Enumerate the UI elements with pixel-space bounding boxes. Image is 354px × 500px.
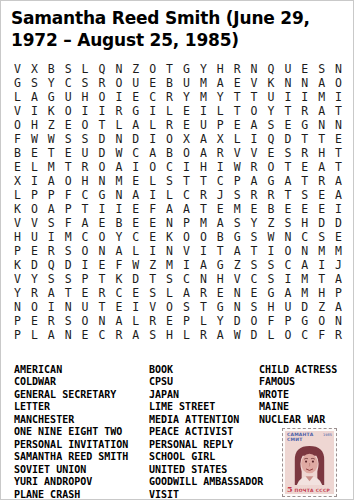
grid-cell: H [77, 90, 94, 104]
grid-cell: E [77, 286, 94, 300]
grid-cell: L [127, 244, 144, 258]
grid-cell: E [60, 146, 77, 160]
grid-cell: M [313, 90, 330, 104]
grid-cell: Y [212, 314, 229, 328]
stamp-footer: 5 ПОЧТА СССР [285, 485, 334, 494]
grid-cell: O [279, 244, 296, 258]
grid-cell: I [26, 104, 43, 118]
grid-cell: N [60, 300, 77, 314]
grid-cell: U [60, 90, 77, 104]
grid-cell: O [93, 160, 110, 174]
grid-cell: E [93, 216, 110, 230]
grid-cell: B [43, 62, 60, 76]
grid-cell: U [279, 300, 296, 314]
grid-cell: E [212, 202, 229, 216]
grid-cell: G [262, 174, 279, 188]
grid-cell: K [43, 104, 60, 118]
grid-cell: B [9, 146, 26, 160]
grid-cell: T [330, 104, 347, 118]
grid-cell: I [77, 104, 94, 118]
grid-cell: I [279, 90, 296, 104]
grid-cell: R [195, 286, 212, 300]
grid-cell: V [9, 62, 26, 76]
grid-cell: E [9, 160, 26, 174]
grid-cell: P [212, 118, 229, 132]
grid-cell: G [212, 258, 229, 272]
grid-cell: O [144, 160, 161, 174]
grid-cell: I [330, 202, 347, 216]
stamp-inner: САМАНТА СМИТ 1985 [285, 431, 334, 494]
grid-cell: R [43, 314, 60, 328]
grid-cell: I [144, 132, 161, 146]
grid-cell: L [144, 118, 161, 132]
grid-cell: K [161, 230, 178, 244]
stamp-post-text: ПОЧТА СССР [295, 488, 331, 493]
grid-cell: K [9, 258, 26, 272]
word-item: SCHOOL GIRL [149, 451, 259, 463]
grid-cell: Y [195, 62, 212, 76]
grid-cell: D [330, 216, 347, 230]
grid-cell: M [110, 174, 127, 188]
grid-cell: S [262, 258, 279, 272]
grid-cell: N [110, 188, 127, 202]
word-item: LIME STREET [149, 401, 259, 413]
grid-cell: L [178, 328, 195, 342]
grid-cell: E [93, 258, 110, 272]
grid-cell: O [279, 328, 296, 342]
grid-cell: S [77, 76, 94, 90]
grid-cell: S [229, 216, 246, 230]
grid-cell: U [178, 76, 195, 90]
grid-cell: W [110, 146, 127, 160]
grid-cell: T [229, 90, 246, 104]
grid-cell: I [246, 132, 263, 146]
grid-cell: S [178, 300, 195, 314]
grid-cell: E [296, 202, 313, 216]
grid-cell: I [110, 90, 127, 104]
grid-cell: N [330, 62, 347, 76]
grid-cell: R [330, 328, 347, 342]
grid-cell: I [43, 300, 60, 314]
grid-cell: A [313, 160, 330, 174]
grid-cell: R [93, 76, 110, 90]
stamp-portrait [285, 442, 334, 485]
grid-cell: T [212, 244, 229, 258]
grid-cell: K [9, 202, 26, 216]
grid-cell: M [43, 160, 60, 174]
grid-cell: N [60, 328, 77, 342]
grid-cell: H [262, 300, 279, 314]
grid-cell: I [127, 160, 144, 174]
grid-cell: A [178, 202, 195, 216]
grid-cell: D [93, 146, 110, 160]
grid-cell: A [330, 300, 347, 314]
grid-cell: I [144, 188, 161, 202]
grid-cell: L [110, 118, 127, 132]
grid-cell: S [246, 258, 263, 272]
grid-cell: H [313, 146, 330, 160]
grid-cell: A [77, 216, 94, 230]
grid-cell: P [330, 286, 347, 300]
grid-cell: V [178, 244, 195, 258]
grid-cell: P [9, 314, 26, 328]
grid-cell: A [246, 174, 263, 188]
grid-cell: S [246, 300, 263, 314]
grid-cell: E [144, 230, 161, 244]
grid-cell: N [313, 118, 330, 132]
grid-cell: T [313, 272, 330, 286]
grid-cell: Z [43, 118, 60, 132]
grid-cell: P [9, 328, 26, 342]
grid-cell: T [195, 202, 212, 216]
grid-cell: C [279, 258, 296, 272]
grid-cell: G [262, 286, 279, 300]
grid-cell: C [246, 272, 263, 286]
grid-cell: A [313, 76, 330, 90]
word-item: MAINE [259, 401, 349, 413]
grid-cell: B [110, 216, 127, 230]
grid-cell: D [246, 328, 263, 342]
grid-cell: I [195, 244, 212, 258]
grid-cell: R [26, 286, 43, 300]
word-item: PERSONAL INVITATION [14, 439, 149, 451]
grid-cell: C [127, 146, 144, 160]
grid-cell: T [144, 272, 161, 286]
grid-cell: I [330, 90, 347, 104]
grid-cell: T [195, 300, 212, 314]
grid-cell: C [77, 188, 94, 202]
grid-cell: T [43, 146, 60, 160]
grid-cell: C [296, 230, 313, 244]
word-item: NUCLEAR WAR [259, 414, 349, 426]
grid-cell: I [313, 258, 330, 272]
grid-cell: O [77, 118, 94, 132]
grid-cell: A [110, 244, 127, 258]
grid-cell: R [161, 118, 178, 132]
grid-cell: I [93, 202, 110, 216]
grid-cell: Q [262, 62, 279, 76]
grid-cell: O [9, 118, 26, 132]
grid-cell: I [212, 160, 229, 174]
grid-cell: I [195, 104, 212, 118]
grid-cell: S [77, 132, 94, 146]
grid-cell: H [195, 160, 212, 174]
grid-cell: T [60, 286, 77, 300]
grid-cell: B [262, 202, 279, 216]
grid-cell: V [246, 76, 263, 90]
grid-cell: G [212, 300, 229, 314]
grid-cell: T [77, 202, 94, 216]
grid-cell: Z [127, 62, 144, 76]
grid-cell: T [279, 160, 296, 174]
grid-cell: N [93, 314, 110, 328]
grid-cell: R [246, 188, 263, 202]
grid-cell: L [9, 188, 26, 202]
grid-cell: E [77, 328, 94, 342]
grid-cell: S [279, 146, 296, 160]
grid-cell: W [229, 160, 246, 174]
grid-cell: O [77, 244, 94, 258]
grid-cell: H [296, 216, 313, 230]
grid-cell: S [313, 230, 330, 244]
grid-cell: C [178, 188, 195, 202]
grid-cell: S [279, 216, 296, 230]
grid-cell: O [246, 314, 263, 328]
grid-cell: I [144, 104, 161, 118]
grid-cell: L [127, 314, 144, 328]
grid-cell: E [161, 314, 178, 328]
grid-cell: U [77, 146, 94, 160]
word-item: YURI ANDROPOV [14, 476, 149, 488]
grid-cell: I [77, 258, 94, 272]
grid-cell: Y [212, 90, 229, 104]
grid-cell: T [246, 90, 263, 104]
grid-cell: G [93, 188, 110, 202]
grid-cell: L [262, 328, 279, 342]
grid-cell: S [60, 132, 77, 146]
grid-cell: A [212, 76, 229, 90]
grid-cell: E [178, 118, 195, 132]
grid-cell: G [127, 104, 144, 118]
grid-cell: G [9, 76, 26, 90]
grid-cell: R [212, 146, 229, 160]
grid-cell: Y [26, 272, 43, 286]
grid-cell: N [229, 286, 246, 300]
grid-cell: W [43, 132, 60, 146]
grid-cell: N [9, 300, 26, 314]
grid-cell: D [26, 258, 43, 272]
grid-cell: R [161, 90, 178, 104]
grid-cell: J [212, 188, 229, 202]
grid-cell: S [43, 216, 60, 230]
grid-cell: Y [246, 216, 263, 230]
grid-cell: O [110, 76, 127, 90]
grid-cell: M [60, 230, 77, 244]
grid-cell: G [178, 62, 195, 76]
grid-cell: T [330, 160, 347, 174]
grid-cell: O [77, 314, 94, 328]
grid-cell: R [195, 328, 212, 342]
grid-cell: O [330, 76, 347, 90]
grid-cell: A [178, 286, 195, 300]
grid-cell: A [127, 188, 144, 202]
grid-cell: I [110, 202, 127, 216]
grid-cell: F [60, 216, 77, 230]
grid-cell: J [330, 258, 347, 272]
grid-cell: O [144, 62, 161, 76]
grid-cell: S [144, 286, 161, 300]
grid-cell: E [229, 118, 246, 132]
grid-cell: P [60, 202, 77, 216]
grid-cell: S [246, 230, 263, 244]
grid-cell: C [127, 230, 144, 244]
grid-cell: A [330, 174, 347, 188]
stamp-header: САМАНТА СМИТ 1985 [285, 431, 334, 442]
grid-cell: O [262, 160, 279, 174]
grid-cell: A [26, 90, 43, 104]
grid-cell: H [212, 62, 229, 76]
grid-cell: A [195, 258, 212, 272]
samantha-smith-stamp: САМАНТА СМИТ 1985 [282, 428, 337, 497]
grid-cell: L [195, 314, 212, 328]
grid-cell: A [127, 118, 144, 132]
grid-cell: U [77, 300, 94, 314]
word-item: CHILD ACTRESS [259, 364, 349, 376]
word-item: ONE NINE EIGHT TWO [14, 426, 149, 438]
grid-cell: A [195, 132, 212, 146]
grid-cell: G [296, 314, 313, 328]
grid-cell: N [110, 132, 127, 146]
grid-cell: V [229, 272, 246, 286]
grid-cell: O [195, 230, 212, 244]
grid-cell: M [313, 244, 330, 258]
grid-cell: T [195, 174, 212, 188]
grid-cell: R [296, 104, 313, 118]
grid-cell: S [262, 272, 279, 286]
grid-cell: E [144, 76, 161, 90]
grid-cell: T [279, 104, 296, 118]
word-item: MANCHESTER [14, 414, 149, 426]
grid-cell: E [26, 314, 43, 328]
grid-cell: S [144, 328, 161, 342]
grid-cell: V [9, 216, 26, 230]
grid-cell: O [178, 230, 195, 244]
grid-cell: D [313, 216, 330, 230]
grid-cell: D [93, 132, 110, 146]
grid-cell: C [77, 230, 94, 244]
grid-cell: O [60, 174, 77, 188]
grid-cell: A [110, 160, 127, 174]
grid-cell: O [161, 132, 178, 146]
grid-cell: F [313, 328, 330, 342]
grid-cell: R [296, 146, 313, 160]
grid-cell: Z [262, 216, 279, 230]
grid-cell: T [330, 146, 347, 160]
grid-cell: A [212, 328, 229, 342]
grid-cell: N [330, 118, 347, 132]
grid-cell: N [296, 76, 313, 90]
grid-cell: L [77, 62, 94, 76]
grid-cell: E [313, 202, 330, 216]
grid-cell: L [9, 90, 26, 104]
word-item: WROTE [259, 389, 349, 401]
grid-cell: Y [110, 230, 127, 244]
grid-cell: S [43, 272, 60, 286]
grid-cell: Z [313, 300, 330, 314]
word-item: VISIT [149, 489, 259, 500]
grid-cell: X [26, 62, 43, 76]
grid-cell: D [296, 300, 313, 314]
grid-cell: A [127, 328, 144, 342]
grid-cell: E [246, 202, 263, 216]
grid-cell: M [195, 76, 212, 90]
grid-cell: V [246, 146, 263, 160]
grid-cell: I [144, 244, 161, 258]
grid-cell: A [43, 202, 60, 216]
grid-cell: E [229, 76, 246, 90]
grid-cell: V [9, 272, 26, 286]
grid-cell: Q [262, 132, 279, 146]
grid-cell: E [246, 286, 263, 300]
grid-cell: C [144, 90, 161, 104]
grid-cell: C [110, 286, 127, 300]
grid-cell: E [330, 230, 347, 244]
grid-cell: U [195, 118, 212, 132]
grid-cell: F [9, 132, 26, 146]
grid-cell: Y [9, 286, 26, 300]
grid-cell: M [161, 258, 178, 272]
grid-cell: I [279, 272, 296, 286]
grid-cell: S [229, 188, 246, 202]
grid-cell: L [26, 328, 43, 342]
grid-cell: O [60, 104, 77, 118]
grid-cell: E [279, 202, 296, 216]
grid-cell: S [161, 272, 178, 286]
grid-cell: N [330, 314, 347, 328]
grid-cell: S [296, 188, 313, 202]
grid-cell: V [9, 104, 26, 118]
grid-cell: G [229, 230, 246, 244]
grid-cell: A [279, 174, 296, 188]
grid-cell: N [110, 62, 127, 76]
word-search-grid: VXBSLQNZOTGYHRNQUESNGSYCSROUEBUMAEVKNNAO… [9, 62, 347, 340]
grid-cell: P [77, 272, 94, 286]
grid-cell: H [9, 230, 26, 244]
grid-cell: I [43, 230, 60, 244]
grid-cell: X [212, 132, 229, 146]
grid-cell: T [246, 244, 263, 258]
grid-cell: E [262, 146, 279, 160]
grid-cell: E [26, 146, 43, 160]
grid-cell: O [246, 104, 263, 118]
grid-cell: U [279, 62, 296, 76]
grid-cell: E [330, 132, 347, 146]
grid-cell: H [212, 272, 229, 286]
grid-cell: T [161, 62, 178, 76]
girl-portrait-icon [285, 442, 334, 485]
grid-cell: R [195, 188, 212, 202]
word-item: AMERICAN [14, 364, 149, 376]
grid-cell: D [279, 132, 296, 146]
grid-cell: A [246, 118, 263, 132]
stamp-name-text: САМАНТА СМИТ [287, 432, 323, 442]
grid-cell: A [144, 146, 161, 160]
grid-cell: T [296, 132, 313, 146]
grid-cell: Y [262, 104, 279, 118]
word-item: BOOK [149, 364, 259, 376]
grid-cell: I [127, 300, 144, 314]
grid-cell: S [262, 118, 279, 132]
grid-cell: N [279, 76, 296, 90]
grid-cell: N [246, 62, 263, 76]
grid-cell: S [26, 76, 43, 90]
grid-cell: M [229, 202, 246, 216]
grid-cell: Y [43, 76, 60, 90]
word-item: GENERAL SECRETARY [14, 389, 149, 401]
grid-cell: W [26, 132, 43, 146]
grid-cell: P [43, 188, 60, 202]
grid-cell: W [127, 258, 144, 272]
grid-cell: T [60, 160, 77, 174]
grid-cell: T [279, 188, 296, 202]
grid-cell: D [229, 314, 246, 328]
grid-cell: T [229, 104, 246, 118]
grid-cell: X [178, 132, 195, 146]
grid-cell: E [127, 202, 144, 216]
grid-cell: D [60, 258, 77, 272]
grid-cell: R [110, 104, 127, 118]
grid-cell: Z [144, 258, 161, 272]
